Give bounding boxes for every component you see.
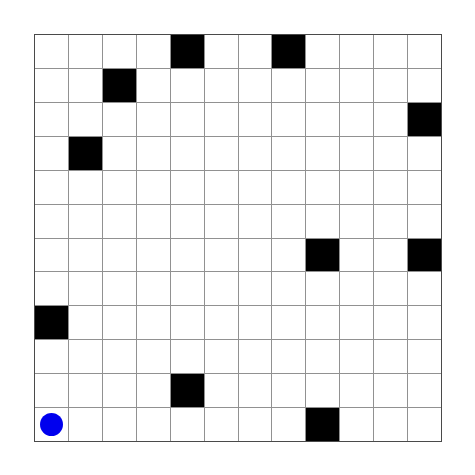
grid-cell[interactable]: [35, 272, 68, 305]
grid-cell[interactable]: [137, 103, 170, 136]
grid-cell[interactable]: [374, 69, 407, 102]
obstacle-cell[interactable]: [408, 239, 441, 272]
grid-cell[interactable]: [239, 239, 272, 272]
grid-cell[interactable]: [137, 137, 170, 170]
grid-cell[interactable]: [239, 35, 272, 68]
grid-cell[interactable]: [306, 374, 339, 407]
grid-cell[interactable]: [171, 272, 204, 305]
grid-cell[interactable]: [239, 306, 272, 339]
grid-cell[interactable]: [239, 69, 272, 102]
grid-cell[interactable]: [340, 374, 373, 407]
grid-cell[interactable]: [171, 171, 204, 204]
grid-cell[interactable]: [171, 340, 204, 373]
grid-cell[interactable]: [239, 205, 272, 238]
grid-cell[interactable]: [408, 35, 441, 68]
grid-cell[interactable]: [137, 340, 170, 373]
grid-cell[interactable]: [340, 408, 373, 441]
obstacle-cell[interactable]: [103, 69, 136, 102]
grid-cell[interactable]: [272, 374, 305, 407]
obstacle-cell[interactable]: [408, 103, 441, 136]
grid-cell[interactable]: [103, 306, 136, 339]
grid-cell[interactable]: [340, 272, 373, 305]
grid-cell[interactable]: [408, 306, 441, 339]
grid-cell[interactable]: [35, 103, 68, 136]
grid-cell[interactable]: [239, 340, 272, 373]
grid-cell[interactable]: [340, 340, 373, 373]
grid-cell[interactable]: [374, 374, 407, 407]
obstacle-cell[interactable]: [306, 239, 339, 272]
grid-cell[interactable]: [103, 408, 136, 441]
grid-cell[interactable]: [205, 239, 238, 272]
obstacle-cell[interactable]: [69, 137, 102, 170]
obstacle-cell[interactable]: [171, 374, 204, 407]
grid-cell[interactable]: [306, 272, 339, 305]
grid-cell[interactable]: [171, 137, 204, 170]
grid-cell[interactable]: [205, 340, 238, 373]
grid-cell[interactable]: [239, 171, 272, 204]
grid-cell[interactable]: [137, 272, 170, 305]
grid-cell[interactable]: [205, 272, 238, 305]
grid-cell[interactable]: [408, 137, 441, 170]
grid-cell[interactable]: [374, 137, 407, 170]
grid-cell[interactable]: [35, 340, 68, 373]
grid-cell[interactable]: [35, 374, 68, 407]
grid-cell[interactable]: [340, 171, 373, 204]
grid-cell[interactable]: [35, 137, 68, 170]
grid-cell[interactable]: [137, 306, 170, 339]
grid-cell[interactable]: [103, 205, 136, 238]
grid-cell[interactable]: [272, 171, 305, 204]
grid-cell[interactable]: [137, 35, 170, 68]
obstacle-cell[interactable]: [272, 35, 305, 68]
grid-cell[interactable]: [408, 171, 441, 204]
grid-cell[interactable]: [272, 103, 305, 136]
grid-cell[interactable]: [239, 137, 272, 170]
grid-cell[interactable]: [205, 306, 238, 339]
grid-cell[interactable]: [205, 171, 238, 204]
grid-cell[interactable]: [306, 205, 339, 238]
grid-cell[interactable]: [340, 205, 373, 238]
grid-cell[interactable]: [272, 408, 305, 441]
grid-cell[interactable]: [272, 69, 305, 102]
grid-cell[interactable]: [103, 340, 136, 373]
grid-cell[interactable]: [374, 171, 407, 204]
grid-cell[interactable]: [374, 35, 407, 68]
grid-cell[interactable]: [374, 272, 407, 305]
grid-cell[interactable]: [205, 35, 238, 68]
grid-cell[interactable]: [374, 103, 407, 136]
grid-cell[interactable]: [103, 171, 136, 204]
grid-cell[interactable]: [137, 205, 170, 238]
grid-cell[interactable]: [239, 103, 272, 136]
grid-cell[interactable]: [69, 103, 102, 136]
grid-cell[interactable]: [69, 272, 102, 305]
grid-cell[interactable]: [137, 171, 170, 204]
grid-cell[interactable]: [272, 137, 305, 170]
grid-cell[interactable]: [408, 272, 441, 305]
grid-cell[interactable]: [103, 272, 136, 305]
grid-cell[interactable]: [340, 306, 373, 339]
grid-cell[interactable]: [69, 205, 102, 238]
grid-cell[interactable]: [374, 306, 407, 339]
grid-cell[interactable]: [35, 35, 68, 68]
grid-cell[interactable]: [272, 205, 305, 238]
grid-cell[interactable]: [69, 408, 102, 441]
grid-cell[interactable]: [137, 69, 170, 102]
grid-cell[interactable]: [205, 374, 238, 407]
obstacle-cell[interactable]: [35, 306, 68, 339]
grid-cell[interactable]: [205, 205, 238, 238]
game-board: [34, 34, 442, 442]
grid-cell[interactable]: [103, 374, 136, 407]
agent-dot[interactable]: [40, 413, 63, 436]
grid-cell[interactable]: [69, 374, 102, 407]
grid-cell[interactable]: [306, 137, 339, 170]
board-canvas: [0, 0, 475, 475]
grid-cell[interactable]: [374, 239, 407, 272]
grid-cell[interactable]: [171, 69, 204, 102]
grid-cell[interactable]: [35, 239, 68, 272]
agent-cell[interactable]: [35, 408, 68, 441]
grid-cell[interactable]: [306, 103, 339, 136]
grid-cell[interactable]: [239, 374, 272, 407]
grid-cell[interactable]: [69, 69, 102, 102]
grid-cell[interactable]: [103, 239, 136, 272]
grid-cell[interactable]: [374, 340, 407, 373]
grid-cell[interactable]: [306, 69, 339, 102]
grid-cell[interactable]: [103, 103, 136, 136]
grid-cell[interactable]: [408, 340, 441, 373]
grid-cell[interactable]: [408, 408, 441, 441]
grid-cell[interactable]: [408, 374, 441, 407]
grid-cell[interactable]: [239, 272, 272, 305]
grid-cell[interactable]: [171, 239, 204, 272]
grid-cell[interactable]: [171, 306, 204, 339]
grid-cell[interactable]: [306, 340, 339, 373]
obstacle-cell[interactable]: [171, 35, 204, 68]
grid-cell[interactable]: [205, 408, 238, 441]
grid-cell[interactable]: [205, 103, 238, 136]
grid-cell[interactable]: [103, 35, 136, 68]
grid-cell[interactable]: [272, 306, 305, 339]
grid-cell[interactable]: [408, 69, 441, 102]
grid-cell[interactable]: [340, 103, 373, 136]
grid-cell[interactable]: [35, 205, 68, 238]
grid-cell[interactable]: [103, 137, 136, 170]
grid-cell[interactable]: [340, 35, 373, 68]
grid-cell[interactable]: [69, 306, 102, 339]
grid-cell[interactable]: [205, 69, 238, 102]
grid-cell[interactable]: [340, 137, 373, 170]
grid-cell[interactable]: [340, 239, 373, 272]
grid-cell[interactable]: [306, 35, 339, 68]
obstacle-cell[interactable]: [306, 408, 339, 441]
grid-cell[interactable]: [205, 137, 238, 170]
grid-cell[interactable]: [408, 205, 441, 238]
grid-cell[interactable]: [272, 272, 305, 305]
grid-cell[interactable]: [35, 69, 68, 102]
grid-cell[interactable]: [69, 171, 102, 204]
grid-cell[interactable]: [137, 408, 170, 441]
grid-cell[interactable]: [171, 408, 204, 441]
grid-cell[interactable]: [137, 239, 170, 272]
grid-cell[interactable]: [374, 408, 407, 441]
grid-cell[interactable]: [306, 171, 339, 204]
grid-cell[interactable]: [171, 205, 204, 238]
grid-cell[interactable]: [272, 239, 305, 272]
grid-cell[interactable]: [239, 408, 272, 441]
grid-cell[interactable]: [272, 340, 305, 373]
grid-cell[interactable]: [35, 171, 68, 204]
grid-cell[interactable]: [69, 239, 102, 272]
grid-cell[interactable]: [69, 35, 102, 68]
grid-cell[interactable]: [137, 374, 170, 407]
grid-cell[interactable]: [340, 69, 373, 102]
grid-cell[interactable]: [69, 340, 102, 373]
grid-cell[interactable]: [306, 306, 339, 339]
grid-cell[interactable]: [374, 205, 407, 238]
grid-cell[interactable]: [171, 103, 204, 136]
